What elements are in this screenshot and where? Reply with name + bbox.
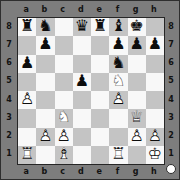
- square-a2[interactable]: [18, 128, 36, 146]
- square-b7[interactable]: ♟: [36, 36, 54, 54]
- square-e2[interactable]: [91, 128, 109, 146]
- square-h3[interactable]: [146, 109, 164, 127]
- square-f1[interactable]: ♜♖: [109, 146, 127, 164]
- white-rook: ♜♖: [109, 146, 127, 164]
- square-f7[interactable]: ♟: [109, 36, 127, 54]
- square-h2[interactable]: ♟♙: [146, 128, 164, 146]
- file-label-a: a: [17, 165, 35, 178]
- square-h6[interactable]: [146, 55, 164, 73]
- rank-labels-left: 87654321: [3, 17, 15, 163]
- chess-board-frame: abcdefgh abcdefgh 87654321 87654321 ♜♞♛♜…: [0, 0, 180, 180]
- black-pawn: ♟: [18, 55, 36, 73]
- file-labels-bottom: abcdefgh: [17, 165, 163, 178]
- white-pawn: ♟♙: [36, 128, 54, 146]
- square-b5[interactable]: [36, 73, 54, 91]
- square-e7[interactable]: [91, 36, 109, 54]
- chess-board: ♜♞♛♜♝♚♟♟♟♟♟♞♟♞♘♟♙♟♙♞♘♛♕♟♙♟♙♟♙♟♙♜♖♝♗♜♖♚♔: [17, 17, 165, 165]
- black-pawn: ♟: [73, 73, 91, 91]
- rank-label-4: 4: [165, 90, 177, 108]
- black-knight: ♞: [109, 55, 127, 73]
- file-label-e: e: [90, 165, 108, 178]
- square-g7[interactable]: ♟: [128, 36, 146, 54]
- rank-label-5: 5: [165, 72, 177, 90]
- square-f3[interactable]: [109, 109, 127, 127]
- rank-label-3: 3: [3, 108, 15, 126]
- file-label-b: b: [35, 165, 53, 178]
- square-g4[interactable]: [128, 91, 146, 109]
- square-b1[interactable]: [36, 146, 54, 164]
- rank-label-2: 2: [3, 127, 15, 145]
- rank-label-8: 8: [3, 17, 15, 35]
- file-label-g: g: [127, 165, 145, 178]
- square-e4[interactable]: [91, 91, 109, 109]
- square-d4[interactable]: [73, 91, 91, 109]
- black-pawn: ♟: [36, 36, 54, 54]
- square-a1[interactable]: ♜♖: [18, 146, 36, 164]
- square-a5[interactable]: [18, 73, 36, 91]
- square-a8[interactable]: ♜: [18, 18, 36, 36]
- file-label-a: a: [17, 3, 35, 16]
- black-pawn: ♟: [128, 36, 146, 54]
- white-queen: ♛♕: [128, 109, 146, 127]
- rank-label-5: 5: [3, 72, 15, 90]
- rank-labels-right: 87654321: [165, 17, 177, 163]
- white-pawn: ♟♙: [128, 128, 146, 146]
- square-f2[interactable]: [109, 128, 127, 146]
- file-label-c: c: [54, 165, 72, 178]
- file-label-h: h: [145, 3, 163, 16]
- white-pawn: ♟♙: [18, 91, 36, 109]
- square-b8[interactable]: ♞: [36, 18, 54, 36]
- black-pawn: ♟: [146, 36, 164, 54]
- square-c5[interactable]: [55, 73, 73, 91]
- rank-label-3: 3: [165, 108, 177, 126]
- file-label-g: g: [127, 3, 145, 16]
- square-a6[interactable]: ♟: [18, 55, 36, 73]
- rank-label-6: 6: [3, 54, 15, 72]
- rank-label-7: 7: [165, 35, 177, 53]
- square-g3[interactable]: ♛♕: [128, 109, 146, 127]
- square-f4[interactable]: ♟♙: [109, 91, 127, 109]
- square-b2[interactable]: ♟♙: [36, 128, 54, 146]
- square-a4[interactable]: ♟♙: [18, 91, 36, 109]
- black-pawn: ♟: [109, 36, 127, 54]
- white-bishop: ♝♗: [55, 146, 73, 164]
- square-f5[interactable]: ♞♘: [109, 73, 127, 91]
- file-label-c: c: [54, 3, 72, 16]
- square-c2[interactable]: ♟♙: [55, 128, 73, 146]
- square-h4[interactable]: [146, 91, 164, 109]
- square-g2[interactable]: ♟♙: [128, 128, 146, 146]
- square-d6[interactable]: [73, 55, 91, 73]
- white-knight: ♞♘: [55, 109, 73, 127]
- square-a3[interactable]: [18, 109, 36, 127]
- white-to-move-indicator: [166, 164, 176, 174]
- white-king: ♚♔: [146, 146, 164, 164]
- square-d2[interactable]: [73, 128, 91, 146]
- rank-label-8: 8: [165, 17, 177, 35]
- black-bishop: ♝: [109, 18, 127, 36]
- square-h1[interactable]: ♚♔: [146, 146, 164, 164]
- file-label-b: b: [35, 3, 53, 16]
- square-c1[interactable]: ♝♗: [55, 146, 73, 164]
- square-g6[interactable]: [128, 55, 146, 73]
- square-a7[interactable]: [18, 36, 36, 54]
- square-d7[interactable]: [73, 36, 91, 54]
- file-label-d: d: [72, 165, 90, 178]
- file-label-f: f: [108, 165, 126, 178]
- square-c4[interactable]: [55, 91, 73, 109]
- square-f6[interactable]: ♞: [109, 55, 127, 73]
- rank-label-7: 7: [3, 35, 15, 53]
- rank-label-2: 2: [165, 127, 177, 145]
- square-b3[interactable]: [36, 109, 54, 127]
- file-labels-top: abcdefgh: [17, 3, 163, 16]
- square-e1[interactable]: [91, 146, 109, 164]
- white-knight: ♞♘: [109, 73, 127, 91]
- white-pawn: ♟♙: [55, 128, 73, 146]
- white-pawn: ♟♙: [146, 128, 164, 146]
- square-d1[interactable]: [73, 146, 91, 164]
- square-d8[interactable]: ♛: [73, 18, 91, 36]
- white-pawn: ♟♙: [109, 91, 127, 109]
- file-label-e: e: [90, 3, 108, 16]
- black-queen: ♛: [73, 18, 91, 36]
- square-e8[interactable]: ♜: [91, 18, 109, 36]
- square-b6[interactable]: [36, 55, 54, 73]
- square-c8[interactable]: [55, 18, 73, 36]
- black-rook: ♜: [18, 18, 36, 36]
- file-label-h: h: [145, 165, 163, 178]
- black-knight: ♞: [36, 18, 54, 36]
- square-e6[interactable]: [91, 55, 109, 73]
- rank-label-6: 6: [165, 54, 177, 72]
- square-g8[interactable]: ♚: [128, 18, 146, 36]
- rank-label-1: 1: [165, 145, 177, 163]
- square-c6[interactable]: [55, 55, 73, 73]
- square-f8[interactable]: ♝: [109, 18, 127, 36]
- rank-label-4: 4: [3, 90, 15, 108]
- square-e3[interactable]: [91, 109, 109, 127]
- square-d5[interactable]: ♟: [73, 73, 91, 91]
- square-h8[interactable]: [146, 18, 164, 36]
- file-label-f: f: [108, 3, 126, 16]
- square-b4[interactable]: [36, 91, 54, 109]
- black-king: ♚: [128, 18, 146, 36]
- black-rook: ♜: [91, 18, 109, 36]
- file-label-d: d: [72, 3, 90, 16]
- rank-label-1: 1: [3, 145, 15, 163]
- square-e5[interactable]: [91, 73, 109, 91]
- square-c7[interactable]: [55, 36, 73, 54]
- square-g1[interactable]: [128, 146, 146, 164]
- square-h7[interactable]: ♟: [146, 36, 164, 54]
- square-c3[interactable]: ♞♘: [55, 109, 73, 127]
- white-rook: ♜♖: [18, 146, 36, 164]
- square-d3[interactable]: [73, 109, 91, 127]
- square-h5[interactable]: [146, 73, 164, 91]
- square-g5[interactable]: [128, 73, 146, 91]
